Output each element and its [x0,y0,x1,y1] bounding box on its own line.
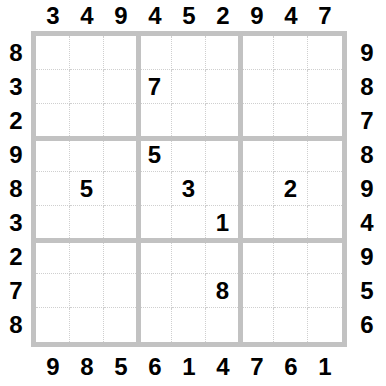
clue-left-4: 9 [2,138,30,172]
cell-r6c9[interactable] [308,206,342,240]
cell-r4c7[interactable] [240,138,274,172]
cell-r7c5[interactable] [172,240,206,274]
clue-left-1: 8 [2,36,30,70]
clue-left-5: 8 [2,172,30,206]
cell-r4c5[interactable] [172,138,206,172]
cell-r1c7[interactable] [240,36,274,70]
cell-r2c2[interactable] [70,70,104,104]
clue-right-3: 7 [352,104,382,138]
clue-top-9: 7 [308,2,342,30]
box-separator-vertical-2 [238,36,243,342]
clue-bottom-1: 9 [36,352,70,382]
clue-right-8: 5 [352,274,382,308]
clue-right-9: 6 [352,308,382,342]
clue-top-2: 4 [70,2,104,30]
given-digit: 1 [216,209,229,237]
cell-r5c6[interactable] [206,172,240,206]
clue-top-1: 3 [36,2,70,30]
cell-r9c6[interactable] [206,308,240,342]
cell-r9c1[interactable] [36,308,70,342]
box-separator-horizontal-1 [36,136,342,141]
cell-r2c5[interactable] [172,70,206,104]
clue-right-5: 9 [352,172,382,206]
cell-r4c4[interactable]: 5 [138,138,172,172]
clue-top-3: 9 [104,2,138,30]
cell-r6c5[interactable] [172,206,206,240]
clue-left-2: 3 [2,70,30,104]
cell-r7c6[interactable] [206,240,240,274]
given-digit: 2 [284,175,297,203]
clue-top-4: 4 [138,2,172,30]
cell-r8c8[interactable] [274,274,308,308]
clue-bottom-3: 5 [104,352,138,382]
box-separator-vertical-1 [136,36,141,342]
clue-bottom-5: 1 [172,352,206,382]
cell-r9c7[interactable] [240,308,274,342]
cell-r1c1[interactable] [36,36,70,70]
cell-r9c8[interactable] [274,308,308,342]
cell-r5c4[interactable] [138,172,172,206]
cell-r3c9[interactable] [308,104,342,138]
cell-r1c2[interactable] [70,36,104,70]
clue-top-6: 2 [206,2,240,30]
clue-top-8: 4 [274,2,308,30]
cell-r3c2[interactable] [70,104,104,138]
cell-r1c8[interactable] [274,36,308,70]
clue-right-2: 8 [352,70,382,104]
cell-r6c7[interactable] [240,206,274,240]
cell-r4c2[interactable] [70,138,104,172]
cell-r7c8[interactable] [274,240,308,274]
cell-r3c1[interactable] [36,104,70,138]
cell-r1c5[interactable] [172,36,206,70]
puzzle-screen: 349452947 985614761 832983278 987894956 … [0,0,386,386]
clue-top-7: 9 [240,2,274,30]
cell-r2c8[interactable] [274,70,308,104]
cell-r6c1[interactable] [36,206,70,240]
cell-r8c1[interactable] [36,274,70,308]
right-clues: 987894956 [352,36,382,342]
cell-r8c4[interactable] [138,274,172,308]
cell-r4c8[interactable] [274,138,308,172]
cell-r5c7[interactable] [240,172,274,206]
cell-r2c4[interactable]: 7 [138,70,172,104]
cell-r8c9[interactable] [308,274,342,308]
cell-r4c6[interactable] [206,138,240,172]
cell-r6c8[interactable] [274,206,308,240]
cell-r9c3[interactable] [104,308,138,342]
cell-r9c9[interactable] [308,308,342,342]
clue-bottom-8: 6 [274,352,308,382]
clue-right-7: 9 [352,240,382,274]
cell-r6c2[interactable] [70,206,104,240]
cell-r9c5[interactable] [172,308,206,342]
cell-r1c9[interactable] [308,36,342,70]
cell-r2c7[interactable] [240,70,274,104]
cell-r9c4[interactable] [138,308,172,342]
clue-left-3: 2 [2,104,30,138]
cell-r3c4[interactable] [138,104,172,138]
cell-r4c9[interactable] [308,138,342,172]
box-separator-horizontal-2 [36,238,342,243]
cell-r1c4[interactable] [138,36,172,70]
cell-r5c1[interactable] [36,172,70,206]
cell-r1c3[interactable] [104,36,138,70]
cell-r6c6[interactable]: 1 [206,206,240,240]
cell-r4c1[interactable] [36,138,70,172]
cell-r2c3[interactable] [104,70,138,104]
cell-r8c6[interactable]: 8 [206,274,240,308]
left-clues: 832983278 [2,36,30,342]
bottom-clues: 985614761 [36,352,342,382]
cell-grid: 7553218 [36,36,342,342]
cell-r1c6[interactable] [206,36,240,70]
clue-left-9: 8 [2,308,30,342]
cell-r6c4[interactable] [138,206,172,240]
given-digit: 5 [80,175,93,203]
cell-r3c6[interactable] [206,104,240,138]
cell-r7c3[interactable] [104,240,138,274]
clue-left-8: 7 [2,274,30,308]
clue-bottom-2: 8 [70,352,104,382]
clue-bottom-4: 6 [138,352,172,382]
cell-r4c3[interactable] [104,138,138,172]
cell-r6c3[interactable] [104,206,138,240]
clue-top-5: 5 [172,2,206,30]
cell-r7c4[interactable] [138,240,172,274]
clue-right-4: 8 [352,138,382,172]
sudoku-board: 7553218 [31,31,347,347]
cell-r5c5[interactable]: 3 [172,172,206,206]
cell-r7c1[interactable] [36,240,70,274]
top-clues: 349452947 [36,2,342,30]
cell-r5c2[interactable]: 5 [70,172,104,206]
cell-r8c7[interactable] [240,274,274,308]
clue-bottom-7: 7 [240,352,274,382]
cell-r8c3[interactable] [104,274,138,308]
clue-left-6: 3 [2,206,30,240]
clue-right-6: 4 [352,206,382,240]
cell-r5c9[interactable] [308,172,342,206]
clue-left-7: 2 [2,240,30,274]
cell-r8c2[interactable] [70,274,104,308]
cell-r5c8[interactable]: 2 [274,172,308,206]
cell-r3c5[interactable] [172,104,206,138]
given-digit: 3 [182,175,195,203]
cell-r5c3[interactable] [104,172,138,206]
clue-bottom-9: 1 [308,352,342,382]
cell-r7c7[interactable] [240,240,274,274]
clue-right-1: 9 [352,36,382,70]
given-digit: 8 [216,277,229,305]
cell-r3c7[interactable] [240,104,274,138]
given-digit: 5 [148,141,161,169]
cell-r8c5[interactable] [172,274,206,308]
clue-bottom-6: 4 [206,352,240,382]
cell-r9c2[interactable] [70,308,104,342]
cell-r2c6[interactable] [206,70,240,104]
cell-r3c8[interactable] [274,104,308,138]
cell-r7c2[interactable] [70,240,104,274]
cell-r2c9[interactable] [308,70,342,104]
given-digit: 7 [148,73,161,101]
cell-r2c1[interactable] [36,70,70,104]
cell-r7c9[interactable] [308,240,342,274]
cell-r3c3[interactable] [104,104,138,138]
